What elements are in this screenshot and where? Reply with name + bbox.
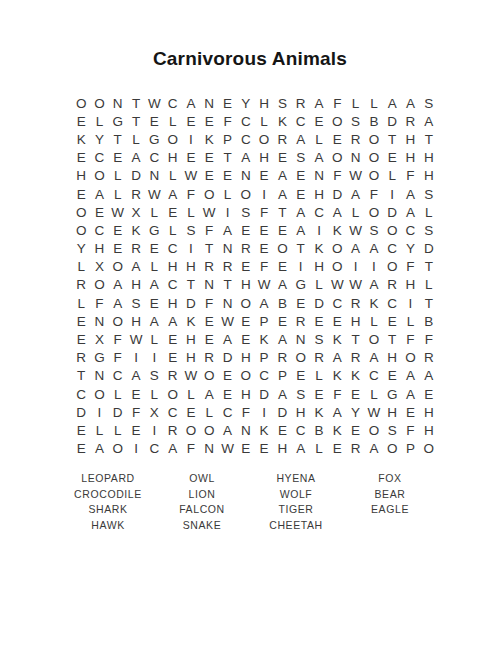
grid-cell-r12c17[interactable]: K (365, 294, 383, 312)
grid-cell-r6c14[interactable]: H (310, 185, 328, 203)
grid-cell-r20c6[interactable]: A (163, 440, 181, 458)
grid-cell-r15c5[interactable]: I (145, 349, 163, 367)
grid-cell-r17c13[interactable]: S (292, 385, 310, 403)
grid-cell-r2c18[interactable]: D (383, 112, 401, 130)
grid-cell-r11c1[interactable]: R (72, 276, 90, 294)
grid-cell-r16c12[interactable]: P (273, 367, 291, 385)
grid-cell-r3c13[interactable]: A (292, 130, 310, 148)
grid-cell-r17c2[interactable]: O (90, 385, 108, 403)
grid-cell-r10c15[interactable]: O (328, 258, 346, 276)
grid-cell-r11c15[interactable]: W (328, 276, 346, 294)
grid-cell-r14c4[interactable]: W (127, 330, 145, 348)
grid-cell-r6c2[interactable]: A (90, 185, 108, 203)
grid-cell-r15c10[interactable]: H (237, 349, 255, 367)
grid-cell-r12c9[interactable]: N (218, 294, 236, 312)
grid-cell-r9c4[interactable]: R (127, 240, 145, 258)
grid-cell-r11c19[interactable]: H (401, 276, 419, 294)
grid-cell-r13c7[interactable]: K (182, 312, 200, 330)
grid-cell-r20c8[interactable]: N (200, 440, 218, 458)
grid-cell-r6c11[interactable]: I (255, 185, 273, 203)
grid-cell-r8c15[interactable]: K (328, 221, 346, 239)
grid-cell-r5c17[interactable]: O (365, 167, 383, 185)
grid-cell-r9c1[interactable]: Y (72, 240, 90, 258)
grid-cell-r12c12[interactable]: B (273, 294, 291, 312)
grid-cell-r13c15[interactable]: E (328, 312, 346, 330)
grid-cell-r14c18[interactable]: T (383, 330, 401, 348)
grid-cell-r13c10[interactable]: E (237, 312, 255, 330)
grid-cell-r1c15[interactable]: F (328, 94, 346, 112)
grid-cell-r9c8[interactable]: T (200, 240, 218, 258)
grid-cell-r15c15[interactable]: A (328, 349, 346, 367)
grid-cell-r20c12[interactable]: H (273, 440, 291, 458)
grid-cell-r6c17[interactable]: F (365, 185, 383, 203)
grid-cell-r16c4[interactable]: A (127, 367, 145, 385)
grid-cell-r1c4[interactable]: T (127, 94, 145, 112)
grid-cell-r6c8[interactable]: O (200, 185, 218, 203)
grid-cell-r16c17[interactable]: C (365, 367, 383, 385)
grid-cell-r8c11[interactable]: E (255, 221, 273, 239)
grid-cell-r15c6[interactable]: E (163, 349, 181, 367)
grid-cell-r16c9[interactable]: E (218, 367, 236, 385)
grid-cell-r4c7[interactable]: E (182, 149, 200, 167)
grid-cell-r15c9[interactable]: D (218, 349, 236, 367)
grid-cell-r5c1[interactable]: H (72, 167, 90, 185)
grid-cell-r19c11[interactable]: K (255, 421, 273, 439)
grid-cell-r20c2[interactable]: A (90, 440, 108, 458)
grid-cell-r18c14[interactable]: K (310, 403, 328, 421)
grid-cell-r11c3[interactable]: A (109, 276, 127, 294)
grid-cell-r7c12[interactable]: T (273, 203, 291, 221)
grid-cell-r3c20[interactable]: T (420, 130, 438, 148)
grid-cell-r15c13[interactable]: O (292, 349, 310, 367)
grid-cell-r1c5[interactable]: W (145, 94, 163, 112)
grid-cell-r9c6[interactable]: C (163, 240, 181, 258)
grid-cell-r20c1[interactable]: E (72, 440, 90, 458)
grid-cell-r19c19[interactable]: F (401, 421, 419, 439)
grid-cell-r16c2[interactable]: N (90, 367, 108, 385)
grid-cell-r7c8[interactable]: W (200, 203, 218, 221)
grid-cell-r13c19[interactable]: L (401, 312, 419, 330)
grid-cell-r8c17[interactable]: S (365, 221, 383, 239)
grid-cell-r13c20[interactable]: B (420, 312, 438, 330)
grid-cell-r16c15[interactable]: K (328, 367, 346, 385)
grid-cell-r4c10[interactable]: A (237, 149, 255, 167)
grid-cell-r2c16[interactable]: S (346, 112, 364, 130)
grid-cell-r10c20[interactable]: T (420, 258, 438, 276)
grid-cell-r16c1[interactable]: T (72, 367, 90, 385)
grid-cell-r14c15[interactable]: K (328, 330, 346, 348)
grid-cell-r11c11[interactable]: W (255, 276, 273, 294)
grid-cell-r17c18[interactable]: G (383, 385, 401, 403)
grid-cell-r17c14[interactable]: E (310, 385, 328, 403)
grid-cell-r19c18[interactable]: S (383, 421, 401, 439)
grid-cell-r10c1[interactable]: L (72, 258, 90, 276)
grid-cell-r12c5[interactable]: E (145, 294, 163, 312)
grid-cell-r8c18[interactable]: O (383, 221, 401, 239)
grid-cell-r8c3[interactable]: E (109, 221, 127, 239)
grid-cell-r3c8[interactable]: K (200, 130, 218, 148)
grid-cell-r10c3[interactable]: O (109, 258, 127, 276)
grid-cell-r12c4[interactable]: S (127, 294, 145, 312)
grid-cell-r3c14[interactable]: L (310, 130, 328, 148)
grid-cell-r11c20[interactable]: L (420, 276, 438, 294)
grid-cell-r18c6[interactable]: C (163, 403, 181, 421)
grid-cell-r15c20[interactable]: R (420, 349, 438, 367)
grid-cell-r17c1[interactable]: C (72, 385, 90, 403)
grid-cell-r5c4[interactable]: D (127, 167, 145, 185)
grid-cell-r1c13[interactable]: R (292, 94, 310, 112)
grid-cell-r1c20[interactable]: S (420, 94, 438, 112)
grid-cell-r1c2[interactable]: O (90, 94, 108, 112)
grid-cell-r20c19[interactable]: P (401, 440, 419, 458)
grid-cell-r10c13[interactable]: I (292, 258, 310, 276)
grid-cell-r18c9[interactable]: C (218, 403, 236, 421)
grid-cell-r11c13[interactable]: G (292, 276, 310, 294)
grid-cell-r15c19[interactable]: O (401, 349, 419, 367)
grid-cell-r16c5[interactable]: S (145, 367, 163, 385)
grid-cell-r11c8[interactable]: N (200, 276, 218, 294)
grid-cell-r6c1[interactable]: E (72, 185, 90, 203)
grid-cell-r20c4[interactable]: I (127, 440, 145, 458)
grid-cell-r9c13[interactable]: T (292, 240, 310, 258)
grid-cell-r19c7[interactable]: O (182, 421, 200, 439)
grid-cell-r10c16[interactable]: I (346, 258, 364, 276)
grid-cell-r4c2[interactable]: C (90, 149, 108, 167)
grid-cell-r14c12[interactable]: A (273, 330, 291, 348)
grid-cell-r10c19[interactable]: F (401, 258, 419, 276)
grid-cell-r8c12[interactable]: E (273, 221, 291, 239)
grid-cell-r14c6[interactable]: E (163, 330, 181, 348)
grid-cell-r13c8[interactable]: E (200, 312, 218, 330)
grid-cell-r12c6[interactable]: H (163, 294, 181, 312)
grid-cell-r11c16[interactable]: W (346, 276, 364, 294)
grid-cell-r15c3[interactable]: F (109, 349, 127, 367)
grid-cell-r7c7[interactable]: L (182, 203, 200, 221)
grid-cell-r10c9[interactable]: R (218, 258, 236, 276)
grid-cell-r11c5[interactable]: A (145, 276, 163, 294)
grid-cell-r9c17[interactable]: A (365, 240, 383, 258)
grid-cell-r18c15[interactable]: A (328, 403, 346, 421)
grid-cell-r3c1[interactable]: K (72, 130, 90, 148)
grid-cell-r8c20[interactable]: S (420, 221, 438, 239)
grid-cell-r1c16[interactable]: L (346, 94, 364, 112)
grid-cell-r6c18[interactable]: I (383, 185, 401, 203)
grid-cell-r8c13[interactable]: A (292, 221, 310, 239)
grid-cell-r9c18[interactable]: C (383, 240, 401, 258)
grid-cell-r20c9[interactable]: W (218, 440, 236, 458)
grid-cell-r17c20[interactable]: E (420, 385, 438, 403)
grid-cell-r20c7[interactable]: F (182, 440, 200, 458)
grid-cell-r10c8[interactable]: R (200, 258, 218, 276)
grid-cell-r6c12[interactable]: A (273, 185, 291, 203)
grid-cell-r9c7[interactable]: I (182, 240, 200, 258)
grid-cell-r11c7[interactable]: T (182, 276, 200, 294)
grid-cell-r7c17[interactable]: O (365, 203, 383, 221)
grid-cell-r16c11[interactable]: C (255, 367, 273, 385)
grid-cell-r5c14[interactable]: N (310, 167, 328, 185)
grid-cell-r14c19[interactable]: F (401, 330, 419, 348)
grid-cell-r5c15[interactable]: F (328, 167, 346, 185)
grid-cell-r13c4[interactable]: H (127, 312, 145, 330)
grid-cell-r15c16[interactable]: R (346, 349, 364, 367)
grid-cell-r4c14[interactable]: A (310, 149, 328, 167)
grid-cell-r18c3[interactable]: D (109, 403, 127, 421)
grid-cell-r2c5[interactable]: E (145, 112, 163, 130)
grid-cell-r2c8[interactable]: E (200, 112, 218, 130)
grid-cell-r5c7[interactable]: W (182, 167, 200, 185)
grid-cell-r12c20[interactable]: T (420, 294, 438, 312)
grid-cell-r9c11[interactable]: E (255, 240, 273, 258)
grid-cell-r13c16[interactable]: H (346, 312, 364, 330)
grid-cell-r19c15[interactable]: K (328, 421, 346, 439)
grid-cell-r12c14[interactable]: D (310, 294, 328, 312)
grid-cell-r14c20[interactable]: F (420, 330, 438, 348)
grid-cell-r5c5[interactable]: N (145, 167, 163, 185)
grid-cell-r10c14[interactable]: H (310, 258, 328, 276)
grid-cell-r1c3[interactable]: N (109, 94, 127, 112)
grid-cell-r13c11[interactable]: P (255, 312, 273, 330)
grid-cell-r5c12[interactable]: A (273, 167, 291, 185)
grid-cell-r16c3[interactable]: C (109, 367, 127, 385)
grid-cell-r18c18[interactable]: H (383, 403, 401, 421)
grid-cell-r7c2[interactable]: E (90, 203, 108, 221)
grid-cell-r2c19[interactable]: R (401, 112, 419, 130)
grid-cell-r1c1[interactable]: O (72, 94, 90, 112)
grid-cell-r3c9[interactable]: P (218, 130, 236, 148)
grid-cell-r19c9[interactable]: A (218, 421, 236, 439)
grid-cell-r14c16[interactable]: T (346, 330, 364, 348)
grid-cell-r8c8[interactable]: F (200, 221, 218, 239)
grid-cell-r6c6[interactable]: A (163, 185, 181, 203)
grid-cell-r11c14[interactable]: L (310, 276, 328, 294)
grid-cell-r17c10[interactable]: H (237, 385, 255, 403)
grid-cell-r19c13[interactable]: C (292, 421, 310, 439)
grid-cell-r12c10[interactable]: O (237, 294, 255, 312)
grid-cell-r7c11[interactable]: F (255, 203, 273, 221)
grid-cell-r9c15[interactable]: O (328, 240, 346, 258)
grid-cell-r12c19[interactable]: I (401, 294, 419, 312)
grid-cell-r18c7[interactable]: E (182, 403, 200, 421)
grid-cell-r5c20[interactable]: H (420, 167, 438, 185)
grid-cell-r11c6[interactable]: C (163, 276, 181, 294)
grid-cell-r4c6[interactable]: H (163, 149, 181, 167)
grid-cell-r6c9[interactable]: L (218, 185, 236, 203)
grid-cell-r4c13[interactable]: S (292, 149, 310, 167)
grid-cell-r19c2[interactable]: L (90, 421, 108, 439)
grid-cell-r5c10[interactable]: N (237, 167, 255, 185)
grid-cell-r20c18[interactable]: O (383, 440, 401, 458)
grid-cell-r6c15[interactable]: D (328, 185, 346, 203)
grid-cell-r2c14[interactable]: E (310, 112, 328, 130)
grid-cell-r17c15[interactable]: F (328, 385, 346, 403)
grid-cell-r7c1[interactable]: O (72, 203, 90, 221)
grid-cell-r15c7[interactable]: H (182, 349, 200, 367)
grid-cell-r6c20[interactable]: S (420, 185, 438, 203)
grid-cell-r19c6[interactable]: R (163, 421, 181, 439)
grid-cell-r4c5[interactable]: C (145, 149, 163, 167)
grid-cell-r2c13[interactable]: C (292, 112, 310, 130)
grid-cell-r16c13[interactable]: E (292, 367, 310, 385)
grid-cell-r2c3[interactable]: G (109, 112, 127, 130)
grid-cell-r2c1[interactable]: E (72, 112, 90, 130)
grid-cell-r2c6[interactable]: L (163, 112, 181, 130)
grid-cell-r20c16[interactable]: R (346, 440, 364, 458)
grid-cell-r16c16[interactable]: K (346, 367, 364, 385)
grid-cell-r20c20[interactable]: O (420, 440, 438, 458)
grid-cell-r8c14[interactable]: I (310, 221, 328, 239)
grid-cell-r13c1[interactable]: E (72, 312, 90, 330)
grid-cell-r11c17[interactable]: A (365, 276, 383, 294)
grid-cell-r1c19[interactable]: A (401, 94, 419, 112)
grid-cell-r3c10[interactable]: C (237, 130, 255, 148)
grid-cell-r8c5[interactable]: G (145, 221, 163, 239)
grid-cell-r9c9[interactable]: N (218, 240, 236, 258)
grid-cell-r7c10[interactable]: S (237, 203, 255, 221)
grid-cell-r5c6[interactable]: L (163, 167, 181, 185)
grid-cell-r7c18[interactable]: D (383, 203, 401, 221)
grid-cell-r16c8[interactable]: O (200, 367, 218, 385)
grid-cell-r14c8[interactable]: E (200, 330, 218, 348)
grid-cell-r12c1[interactable]: L (72, 294, 90, 312)
grid-cell-r5c9[interactable]: E (218, 167, 236, 185)
grid-cell-r7c4[interactable]: X (127, 203, 145, 221)
grid-cell-r11c2[interactable]: O (90, 276, 108, 294)
grid-cell-r14c14[interactable]: S (310, 330, 328, 348)
grid-cell-r17c5[interactable]: L (145, 385, 163, 403)
grid-cell-r12c3[interactable]: A (109, 294, 127, 312)
grid-cell-r7c3[interactable]: W (109, 203, 127, 221)
grid-cell-r4c9[interactable]: T (218, 149, 236, 167)
grid-cell-r4c16[interactable]: N (346, 149, 364, 167)
grid-cell-r6c5[interactable]: W (145, 185, 163, 203)
grid-cell-r17c11[interactable]: D (255, 385, 273, 403)
grid-cell-r18c17[interactable]: W (365, 403, 383, 421)
grid-cell-r2c20[interactable]: A (420, 112, 438, 130)
grid-cell-r6c7[interactable]: F (182, 185, 200, 203)
grid-cell-r17c4[interactable]: E (127, 385, 145, 403)
grid-cell-r15c2[interactable]: G (90, 349, 108, 367)
grid-cell-r7c15[interactable]: A (328, 203, 346, 221)
grid-cell-r10c11[interactable]: F (255, 258, 273, 276)
grid-cell-r10c4[interactable]: A (127, 258, 145, 276)
grid-cell-r1c7[interactable]: A (182, 94, 200, 112)
grid-cell-r2c12[interactable]: K (273, 112, 291, 130)
grid-cell-r15c18[interactable]: H (383, 349, 401, 367)
grid-cell-r6c16[interactable]: A (346, 185, 364, 203)
grid-cell-r13c12[interactable]: E (273, 312, 291, 330)
grid-cell-r4c8[interactable]: E (200, 149, 218, 167)
grid-cell-r20c5[interactable]: C (145, 440, 163, 458)
grid-cell-r17c17[interactable]: L (365, 385, 383, 403)
grid-cell-r15c1[interactable]: R (72, 349, 90, 367)
grid-cell-r13c9[interactable]: W (218, 312, 236, 330)
grid-cell-r20c13[interactable]: A (292, 440, 310, 458)
grid-cell-r3c4[interactable]: L (127, 130, 145, 148)
grid-cell-r18c10[interactable]: F (237, 403, 255, 421)
grid-cell-r15c12[interactable]: R (273, 349, 291, 367)
grid-cell-r10c6[interactable]: H (163, 258, 181, 276)
grid-cell-r14c17[interactable]: O (365, 330, 383, 348)
grid-cell-r13c14[interactable]: E (310, 312, 328, 330)
grid-cell-r14c1[interactable]: E (72, 330, 90, 348)
grid-cell-r20c15[interactable]: E (328, 440, 346, 458)
grid-cell-r19c4[interactable]: E (127, 421, 145, 439)
grid-cell-r8c6[interactable]: L (163, 221, 181, 239)
grid-cell-r12c16[interactable]: R (346, 294, 364, 312)
grid-cell-r3c12[interactable]: R (273, 130, 291, 148)
grid-cell-r1c10[interactable]: Y (237, 94, 255, 112)
grid-cell-r13c13[interactable]: R (292, 312, 310, 330)
grid-cell-r3c5[interactable]: G (145, 130, 163, 148)
grid-cell-r20c3[interactable]: O (109, 440, 127, 458)
grid-cell-r7c6[interactable]: E (163, 203, 181, 221)
grid-cell-r8c16[interactable]: W (346, 221, 364, 239)
grid-cell-r12c2[interactable]: F (90, 294, 108, 312)
grid-cell-r13c17[interactable]: L (365, 312, 383, 330)
grid-cell-r17c9[interactable]: E (218, 385, 236, 403)
grid-cell-r4c12[interactable]: E (273, 149, 291, 167)
grid-cell-r7c9[interactable]: I (218, 203, 236, 221)
grid-cell-r14c3[interactable]: F (109, 330, 127, 348)
grid-cell-r2c15[interactable]: O (328, 112, 346, 130)
grid-cell-r17c3[interactable]: L (109, 385, 127, 403)
grid-cell-r13c18[interactable]: E (383, 312, 401, 330)
grid-cell-r16c6[interactable]: R (163, 367, 181, 385)
grid-cell-r10c12[interactable]: E (273, 258, 291, 276)
grid-cell-r3c3[interactable]: T (109, 130, 127, 148)
grid-cell-r14c5[interactable]: L (145, 330, 163, 348)
grid-cell-r19c14[interactable]: B (310, 421, 328, 439)
grid-cell-r2c17[interactable]: B (365, 112, 383, 130)
grid-cell-r13c6[interactable]: A (163, 312, 181, 330)
grid-cell-r9c2[interactable]: H (90, 240, 108, 258)
grid-cell-r17c12[interactable]: A (273, 385, 291, 403)
grid-cell-r18c20[interactable]: H (420, 403, 438, 421)
grid-cell-r19c5[interactable]: I (145, 421, 163, 439)
grid-cell-r9c14[interactable]: K (310, 240, 328, 258)
grid-cell-r4c18[interactable]: E (383, 149, 401, 167)
grid-cell-r5c19[interactable]: F (401, 167, 419, 185)
grid-cell-r17c19[interactable]: A (401, 385, 419, 403)
grid-cell-r4c20[interactable]: H (420, 149, 438, 167)
grid-cell-r9c3[interactable]: E (109, 240, 127, 258)
grid-cell-r18c8[interactable]: L (200, 403, 218, 421)
grid-cell-r19c20[interactable]: H (420, 421, 438, 439)
grid-cell-r11c10[interactable]: H (237, 276, 255, 294)
grid-cell-r18c5[interactable]: X (145, 403, 163, 421)
grid-cell-r5c8[interactable]: E (200, 167, 218, 185)
grid-cell-r10c5[interactable]: L (145, 258, 163, 276)
grid-cell-r18c16[interactable]: Y (346, 403, 364, 421)
grid-cell-r5c16[interactable]: W (346, 167, 364, 185)
grid-cell-r19c17[interactable]: O (365, 421, 383, 439)
grid-cell-r2c4[interactable]: T (127, 112, 145, 130)
grid-cell-r6c19[interactable]: A (401, 185, 419, 203)
grid-cell-r3c2[interactable]: Y (90, 130, 108, 148)
grid-cell-r17c6[interactable]: O (163, 385, 181, 403)
grid-cell-r1c11[interactable]: H (255, 94, 273, 112)
grid-cell-r4c17[interactable]: O (365, 149, 383, 167)
grid-cell-r6c13[interactable]: E (292, 185, 310, 203)
grid-cell-r14c13[interactable]: N (292, 330, 310, 348)
grid-cell-r15c4[interactable]: I (127, 349, 145, 367)
grid-cell-r3c7[interactable]: I (182, 130, 200, 148)
grid-cell-r8c4[interactable]: K (127, 221, 145, 239)
grid-cell-r13c3[interactable]: O (109, 312, 127, 330)
grid-cell-r7c5[interactable]: L (145, 203, 163, 221)
grid-cell-r20c14[interactable]: L (310, 440, 328, 458)
grid-cell-r16c20[interactable]: A (420, 367, 438, 385)
